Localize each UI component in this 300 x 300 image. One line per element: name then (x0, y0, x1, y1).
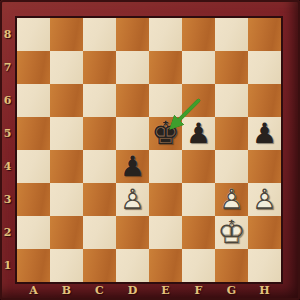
square-h8[interactable] (248, 18, 281, 51)
square-b8[interactable] (50, 18, 83, 51)
file-label-B: B (50, 283, 83, 298)
square-d6[interactable] (116, 84, 149, 117)
black-pawn[interactable]: ♟ (248, 117, 281, 150)
square-a4[interactable] (17, 150, 50, 183)
square-g6[interactable] (215, 84, 248, 117)
square-e2[interactable] (149, 216, 182, 249)
square-f3[interactable] (182, 183, 215, 216)
square-h5[interactable]: ♟ (248, 117, 281, 150)
square-f4[interactable] (182, 150, 215, 183)
file-label-A: A (17, 283, 50, 298)
square-d8[interactable] (116, 18, 149, 51)
square-d4[interactable]: ♟ (116, 150, 149, 183)
square-d2[interactable] (116, 216, 149, 249)
black-king[interactable]: ♚ (149, 117, 182, 150)
square-g8[interactable] (215, 18, 248, 51)
square-h2[interactable] (248, 216, 281, 249)
square-h3[interactable]: ♟♙ (248, 183, 281, 216)
white-pawn-outline: ♙ (215, 183, 248, 216)
square-d3[interactable]: ♟♙ (116, 183, 149, 216)
square-e6[interactable] (149, 84, 182, 117)
rank-label-3: 3 (0, 183, 15, 216)
rank-label-2: 2 (0, 216, 15, 249)
square-b6[interactable] (50, 84, 83, 117)
rank-label-5: 5 (0, 117, 15, 150)
square-a1[interactable] (17, 249, 50, 282)
square-a5[interactable] (17, 117, 50, 150)
file-label-G: G (215, 283, 248, 298)
square-h4[interactable] (248, 150, 281, 183)
square-h6[interactable] (248, 84, 281, 117)
square-g2[interactable]: ♚♔ (215, 216, 248, 249)
square-c3[interactable] (83, 183, 116, 216)
square-e4[interactable] (149, 150, 182, 183)
square-b3[interactable] (50, 183, 83, 216)
rank-label-7: 7 (0, 51, 15, 84)
square-d1[interactable] (116, 249, 149, 282)
square-c8[interactable] (83, 18, 116, 51)
square-c5[interactable] (83, 117, 116, 150)
square-a3[interactable] (17, 183, 50, 216)
square-d7[interactable] (116, 51, 149, 84)
rank-label-4: 4 (0, 150, 15, 183)
square-g1[interactable] (215, 249, 248, 282)
square-g7[interactable] (215, 51, 248, 84)
square-f1[interactable] (182, 249, 215, 282)
square-e5[interactable]: ♚ (149, 117, 182, 150)
square-c1[interactable] (83, 249, 116, 282)
square-a6[interactable] (17, 84, 50, 117)
square-b1[interactable] (50, 249, 83, 282)
square-b7[interactable] (50, 51, 83, 84)
square-c2[interactable] (83, 216, 116, 249)
chess-board: ♚♟♟♟♟♙♟♙♟♙♚♔ (17, 18, 281, 282)
rank-label-8: 8 (0, 18, 15, 51)
square-f8[interactable] (182, 18, 215, 51)
square-c6[interactable] (83, 84, 116, 117)
square-e7[interactable] (149, 51, 182, 84)
file-label-H: H (248, 283, 281, 298)
square-g4[interactable] (215, 150, 248, 183)
square-b2[interactable] (50, 216, 83, 249)
square-f2[interactable] (182, 216, 215, 249)
file-label-D: D (116, 283, 149, 298)
square-b4[interactable] (50, 150, 83, 183)
square-d5[interactable] (116, 117, 149, 150)
square-a8[interactable] (17, 18, 50, 51)
square-e8[interactable] (149, 18, 182, 51)
square-a2[interactable] (17, 216, 50, 249)
square-g3[interactable]: ♟♙ (215, 183, 248, 216)
file-label-F: F (182, 283, 215, 298)
white-pawn-outline: ♙ (116, 183, 149, 216)
rank-label-6: 6 (0, 84, 15, 117)
file-label-E: E (149, 283, 182, 298)
square-b5[interactable] (50, 117, 83, 150)
square-g5[interactable] (215, 117, 248, 150)
black-pawn[interactable]: ♟ (182, 117, 215, 150)
square-f5[interactable]: ♟ (182, 117, 215, 150)
square-f7[interactable] (182, 51, 215, 84)
square-e3[interactable] (149, 183, 182, 216)
black-pawn[interactable]: ♟ (116, 150, 149, 183)
white-king-outline: ♔ (215, 216, 248, 249)
square-a7[interactable] (17, 51, 50, 84)
square-h1[interactable] (248, 249, 281, 282)
chess-board-frame: ♚♟♟♟♟♙♟♙♟♙♚♔ 87654321 ABCDEFGH (0, 0, 300, 300)
square-c4[interactable] (83, 150, 116, 183)
file-label-C: C (83, 283, 116, 298)
rank-label-1: 1 (0, 249, 15, 282)
square-f6[interactable] (182, 84, 215, 117)
square-c7[interactable] (83, 51, 116, 84)
square-e1[interactable] (149, 249, 182, 282)
square-h7[interactable] (248, 51, 281, 84)
white-pawn-outline: ♙ (248, 183, 281, 216)
